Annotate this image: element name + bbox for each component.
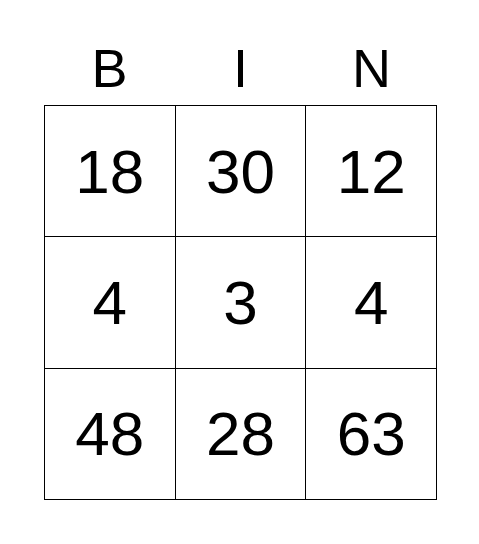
header-letter-n: N: [306, 36, 437, 100]
header-letter-b: B: [44, 36, 175, 100]
bingo-grid: 18 30 12 4 3 4 48 28 63: [44, 105, 437, 500]
bingo-cell-r2c3[interactable]: 4: [306, 237, 436, 367]
bingo-cell-r1c3[interactable]: 12: [306, 106, 436, 236]
bingo-cell-r3c2[interactable]: 28: [176, 369, 306, 499]
bingo-cell-r3c3[interactable]: 63: [306, 369, 436, 499]
bingo-header: B I N: [44, 36, 437, 100]
header-letter-i: I: [175, 36, 306, 100]
bingo-cell-r1c1[interactable]: 18: [45, 106, 175, 236]
bingo-cell-r2c1[interactable]: 4: [45, 237, 175, 367]
bingo-card: B I N 18 30 12 4 3 4 48 28 63: [0, 0, 479, 544]
bingo-cell-r3c1[interactable]: 48: [45, 369, 175, 499]
bingo-cell-r1c2[interactable]: 30: [176, 106, 306, 236]
bingo-cell-r2c2[interactable]: 3: [176, 237, 306, 367]
